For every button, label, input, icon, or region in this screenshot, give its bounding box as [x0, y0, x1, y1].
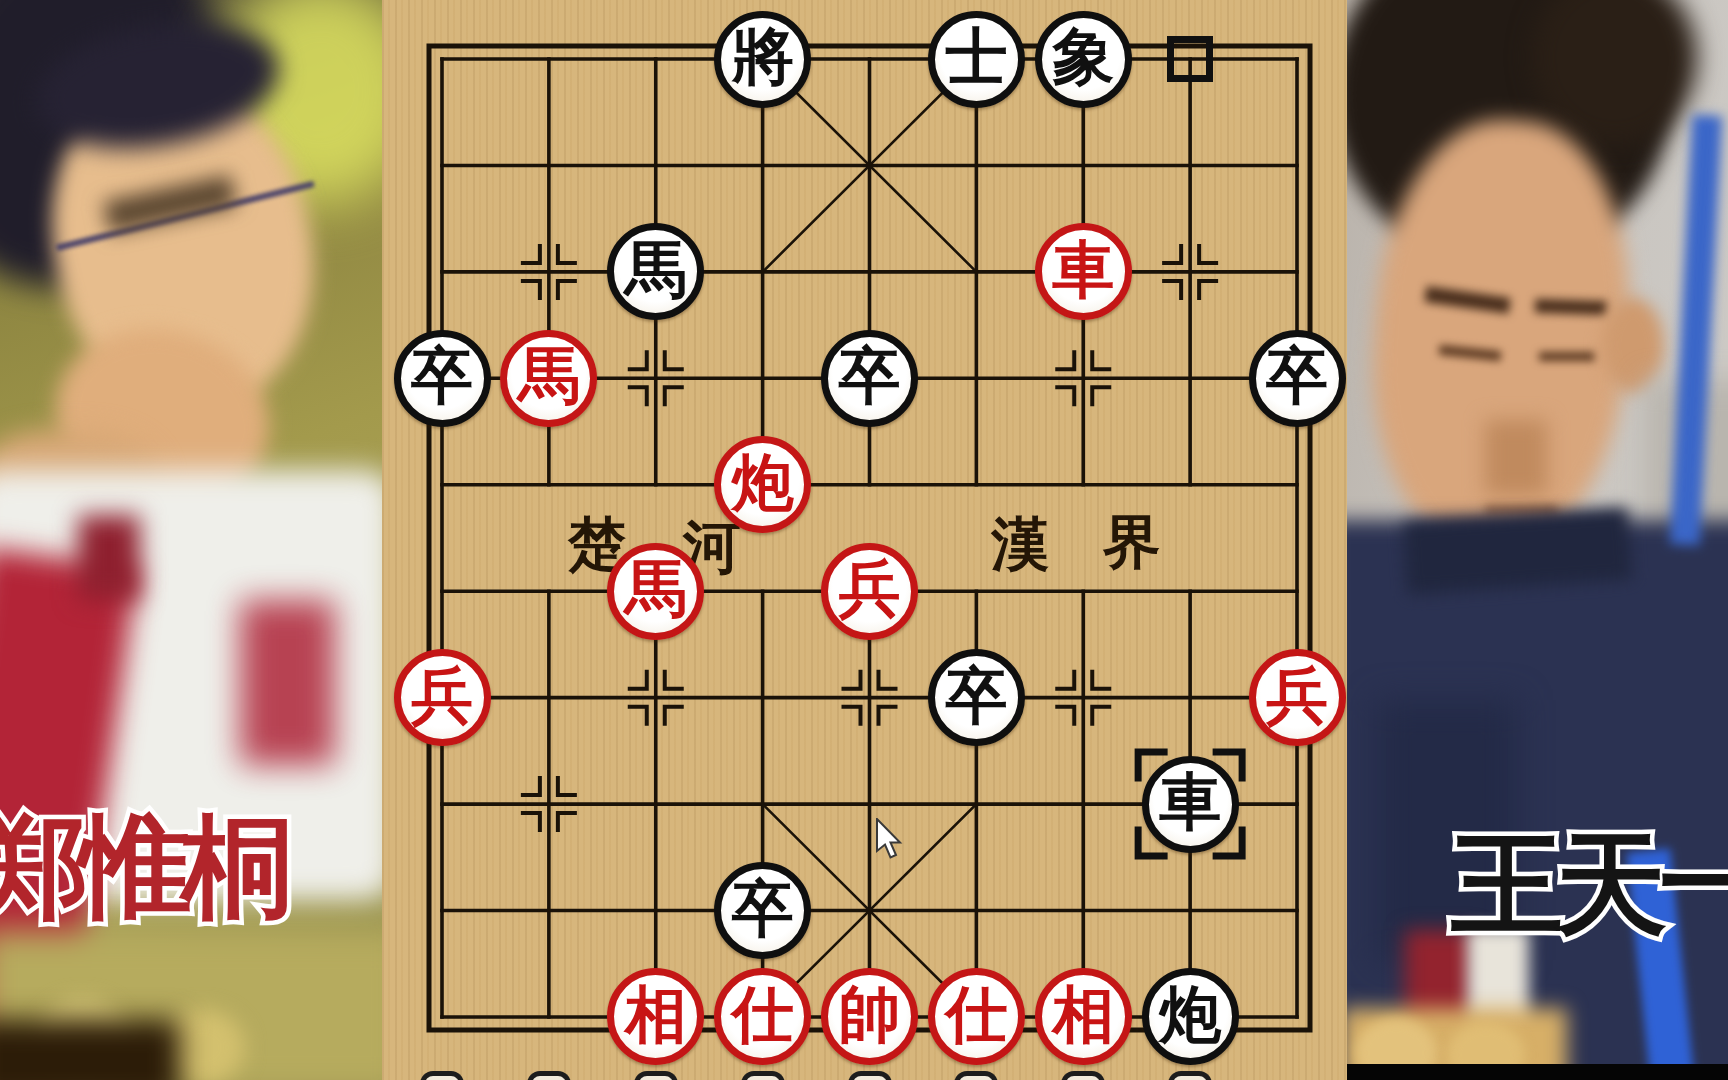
piece-black-卒[interactable]: 卒 — [821, 330, 918, 427]
piece-red-馬[interactable]: 馬 — [500, 330, 597, 427]
piece-red-馬[interactable]: 馬 — [607, 543, 704, 640]
piece-black-馬[interactable]: 馬 — [607, 223, 704, 320]
cutoff-piece-arc — [420, 1071, 464, 1080]
piece-glyph: 馬 — [518, 345, 580, 407]
cutoff-piece-arc — [954, 1071, 998, 1080]
cutoff-piece-arc — [741, 1071, 785, 1080]
piece-black-士[interactable]: 士 — [928, 11, 1025, 108]
player-name-left: 郑惟桐 — [0, 792, 284, 943]
piece-glyph: 仕 — [945, 984, 1007, 1046]
photo-art-nose-shade — [1485, 420, 1547, 495]
last-move-origin-square — [1167, 36, 1213, 82]
piece-glyph: 車 — [1159, 771, 1221, 833]
piece-glyph: 象 — [1052, 26, 1114, 88]
piece-red-仕[interactable]: 仕 — [928, 968, 1025, 1065]
photo-art-collar — [78, 515, 140, 600]
piece-glyph: 車 — [1052, 239, 1114, 301]
mouse-cursor — [876, 818, 906, 862]
piece-black-卒[interactable]: 卒 — [394, 330, 491, 427]
piece-glyph: 炮 — [1159, 984, 1221, 1046]
photo-art-vest — [240, 600, 335, 765]
piece-glyph: 將 — [732, 26, 794, 88]
xiangqi-board[interactable]: 楚 河 漢 界 將士象馬車卒馬卒卒炮馬兵兵卒兵車卒相仕帥仕相炮 — [382, 0, 1347, 1080]
player-name-right: 王天一 — [1451, 810, 1728, 961]
cutoff-piece-arc — [527, 1071, 571, 1080]
piece-glyph: 兵 — [1266, 665, 1328, 727]
board-grid — [382, 0, 1347, 1080]
piece-glyph: 卒 — [839, 345, 901, 407]
piece-glyph: 卒 — [945, 665, 1007, 727]
piece-glyph: 卒 — [732, 878, 794, 940]
piece-glyph: 兵 — [411, 665, 473, 727]
piece-black-將[interactable]: 將 — [714, 11, 811, 108]
photo-art-bottom-bar — [1347, 1064, 1728, 1080]
player-photo-right: 王天一 — [1347, 0, 1728, 1080]
cutoff-piece-arc — [848, 1071, 892, 1080]
piece-red-相[interactable]: 相 — [1035, 968, 1132, 1065]
piece-glyph: 馬 — [625, 558, 687, 620]
player-photo-left: 郑惟桐 — [0, 0, 382, 1080]
piece-black-卒[interactable]: 卒 — [1249, 330, 1346, 427]
piece-red-帥[interactable]: 帥 — [821, 968, 918, 1065]
piece-glyph: 兵 — [839, 558, 901, 620]
piece-red-車[interactable]: 車 — [1035, 223, 1132, 320]
piece-red-炮[interactable]: 炮 — [714, 436, 811, 533]
piece-black-車[interactable]: 車 — [1142, 756, 1239, 853]
piece-glyph: 帥 — [839, 984, 901, 1046]
piece-glyph: 士 — [945, 26, 1007, 88]
piece-red-仕[interactable]: 仕 — [714, 968, 811, 1065]
piece-glyph: 相 — [625, 984, 687, 1046]
photo-art-brow — [1535, 299, 1607, 316]
piece-black-卒[interactable]: 卒 — [714, 862, 811, 959]
piece-glyph: 炮 — [732, 452, 794, 514]
photo-art-dark-corner — [0, 1020, 180, 1080]
piece-red-兵[interactable]: 兵 — [1249, 649, 1346, 746]
cutoff-piece-arc — [1061, 1071, 1105, 1080]
piece-glyph: 相 — [1052, 984, 1114, 1046]
river-label: 漢 — [991, 506, 1049, 584]
piece-red-相[interactable]: 相 — [607, 968, 704, 1065]
piece-glyph: 仕 — [732, 984, 794, 1046]
cutoff-piece-arc — [634, 1071, 678, 1080]
screenshot-root: 郑惟桐 楚 河 漢 界 將士象馬車卒馬卒卒炮馬兵兵卒兵車卒相仕帥仕相炮 — [0, 0, 1728, 1080]
photo-art-eye — [1539, 352, 1595, 361]
piece-glyph: 馬 — [625, 239, 687, 301]
photo-art-ear — [1602, 298, 1664, 393]
piece-glyph: 卒 — [411, 345, 473, 407]
piece-black-象[interactable]: 象 — [1035, 11, 1132, 108]
cutoff-piece-arc — [1168, 1071, 1212, 1080]
river-label: 界 — [1103, 504, 1161, 582]
piece-red-兵[interactable]: 兵 — [821, 543, 918, 640]
piece-black-卒[interactable]: 卒 — [928, 649, 1025, 746]
piece-glyph: 卒 — [1266, 345, 1328, 407]
piece-red-兵[interactable]: 兵 — [394, 649, 491, 746]
piece-black-炮[interactable]: 炮 — [1142, 968, 1239, 1065]
